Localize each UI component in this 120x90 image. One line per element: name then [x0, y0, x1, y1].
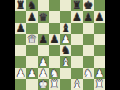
square-c8[interactable] — [38, 0, 49, 11]
square-d7[interactable] — [49, 11, 60, 22]
piece-white-pawn[interactable]: ♟ — [27, 68, 36, 78]
square-a6[interactable]: ♟ — [15, 23, 26, 34]
piece-black-rook[interactable]: ♜ — [16, 0, 25, 10]
square-b2[interactable]: ♟ — [26, 68, 37, 79]
square-e8[interactable] — [60, 0, 71, 11]
square-a3[interactable] — [15, 56, 26, 67]
square-d4[interactable] — [49, 45, 60, 56]
square-h4[interactable] — [94, 45, 105, 56]
piece-white-pawn[interactable]: ♟ — [16, 68, 25, 78]
piece-black-pawn[interactable]: ♟ — [38, 34, 47, 44]
piece-black-pawn[interactable]: ♟ — [16, 23, 25, 33]
piece-white-pawn[interactable]: ♟ — [95, 68, 104, 78]
square-f2[interactable] — [71, 68, 82, 79]
app-window: ♜♞♜♚♟♛♟♟♟♟♝♛♟♟♟♞♟♝♟♟♟♞♞♟♚♜♝♜ — [0, 0, 120, 90]
piece-white-king[interactable]: ♚ — [38, 79, 47, 89]
square-g4[interactable] — [83, 45, 94, 56]
piece-white-knight[interactable]: ♞ — [83, 68, 92, 78]
square-h6[interactable] — [94, 23, 105, 34]
piece-black-pawn[interactable]: ♟ — [50, 34, 59, 44]
square-h1[interactable]: ♜ — [94, 79, 105, 90]
square-d1[interactable]: ♜ — [49, 79, 60, 90]
square-d5[interactable]: ♟ — [49, 34, 60, 45]
square-f8[interactable]: ♜ — [71, 0, 82, 11]
square-c6[interactable] — [38, 23, 49, 34]
square-f4[interactable] — [71, 45, 82, 56]
square-d2[interactable]: ♞ — [49, 68, 60, 79]
square-a5[interactable] — [15, 34, 26, 45]
piece-white-bishop[interactable]: ♝ — [61, 56, 70, 66]
square-h2[interactable]: ♟ — [94, 68, 105, 79]
piece-black-bishop[interactable]: ♝ — [61, 23, 70, 33]
square-e7[interactable] — [60, 11, 71, 22]
square-d3[interactable] — [49, 56, 60, 67]
square-f1[interactable]: ♝ — [71, 79, 82, 90]
piece-black-king[interactable]: ♚ — [83, 0, 92, 10]
piece-white-pawn[interactable]: ♟ — [38, 68, 47, 78]
piece-white-pawn[interactable]: ♟ — [61, 34, 70, 44]
piece-black-knight[interactable]: ♞ — [61, 45, 70, 55]
square-a7[interactable] — [15, 11, 26, 22]
piece-black-pawn[interactable]: ♟ — [27, 11, 36, 21]
square-d8[interactable] — [49, 0, 60, 11]
square-h8[interactable] — [94, 0, 105, 11]
square-g5[interactable] — [83, 34, 94, 45]
piece-black-rook[interactable]: ♜ — [72, 0, 81, 10]
piece-white-rook[interactable]: ♜ — [95, 79, 104, 89]
piece-black-knight[interactable]: ♞ — [27, 0, 36, 10]
square-e2[interactable] — [60, 68, 71, 79]
square-a4[interactable] — [15, 45, 26, 56]
square-h3[interactable] — [94, 56, 105, 67]
square-g1[interactable] — [83, 79, 94, 90]
square-c3[interactable]: ♟ — [38, 56, 49, 67]
square-g7[interactable]: ♟ — [83, 11, 94, 22]
chessboard[interactable]: ♜♞♜♚♟♛♟♟♟♟♝♛♟♟♟♞♟♝♟♟♟♞♞♟♚♜♝♜ — [15, 0, 105, 90]
square-f3[interactable] — [71, 56, 82, 67]
square-e5[interactable]: ♟ — [60, 34, 71, 45]
square-c7[interactable]: ♛ — [38, 11, 49, 22]
square-b3[interactable] — [26, 56, 37, 67]
square-g3[interactable] — [83, 56, 94, 67]
square-b1[interactable] — [26, 79, 37, 90]
square-c2[interactable]: ♟ — [38, 68, 49, 79]
piece-black-pawn[interactable]: ♟ — [83, 11, 92, 21]
square-h7[interactable]: ♟ — [94, 11, 105, 22]
square-e1[interactable] — [60, 79, 71, 90]
square-g2[interactable]: ♞ — [83, 68, 94, 79]
piece-black-pawn[interactable]: ♟ — [95, 11, 104, 21]
square-c1[interactable]: ♚ — [38, 79, 49, 90]
piece-black-queen[interactable]: ♛ — [38, 11, 47, 21]
square-b4[interactable] — [26, 45, 37, 56]
square-f6[interactable] — [71, 23, 82, 34]
square-e3[interactable]: ♝ — [60, 56, 71, 67]
square-h5[interactable] — [94, 34, 105, 45]
square-e6[interactable]: ♝ — [60, 23, 71, 34]
piece-black-pawn[interactable]: ♟ — [72, 11, 81, 21]
square-c4[interactable] — [38, 45, 49, 56]
square-a8[interactable]: ♜ — [15, 0, 26, 11]
piece-white-queen[interactable]: ♛ — [27, 34, 36, 44]
square-b7[interactable]: ♟ — [26, 11, 37, 22]
piece-white-bishop[interactable]: ♝ — [72, 79, 81, 89]
square-b8[interactable]: ♞ — [26, 0, 37, 11]
piece-white-pawn[interactable]: ♟ — [38, 56, 47, 66]
square-a2[interactable]: ♟ — [15, 68, 26, 79]
square-f7[interactable]: ♟ — [71, 11, 82, 22]
square-e4[interactable]: ♞ — [60, 45, 71, 56]
square-c5[interactable]: ♟ — [38, 34, 49, 45]
square-f5[interactable] — [71, 34, 82, 45]
square-a1[interactable] — [15, 79, 26, 90]
square-g6[interactable] — [83, 23, 94, 34]
piece-white-rook[interactable]: ♜ — [50, 79, 59, 89]
right-letterbox-bar — [105, 0, 120, 90]
square-b5[interactable]: ♛ — [26, 34, 37, 45]
square-d6[interactable] — [49, 23, 60, 34]
square-g8[interactable]: ♚ — [83, 0, 94, 11]
left-letterbox-bar — [0, 0, 15, 90]
piece-white-knight[interactable]: ♞ — [50, 68, 59, 78]
square-b6[interactable] — [26, 23, 37, 34]
